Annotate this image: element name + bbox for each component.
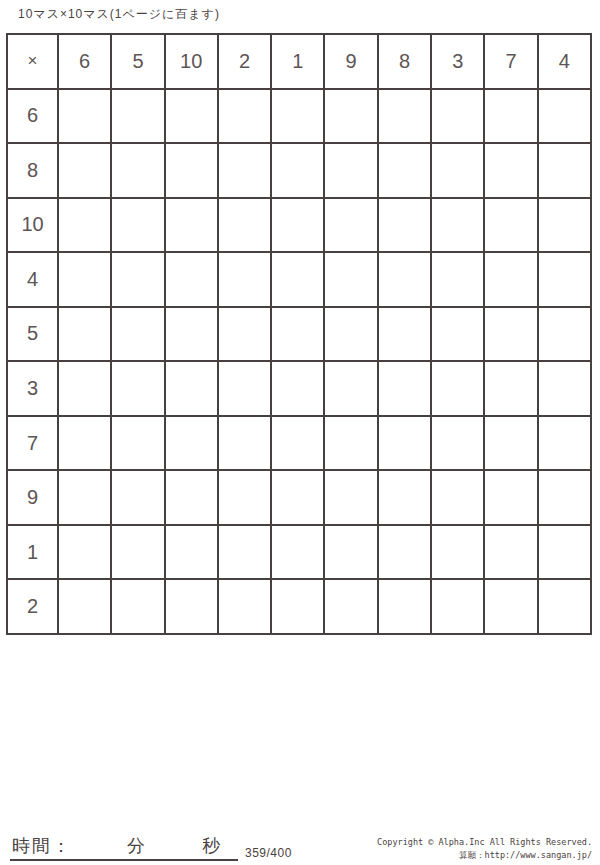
answer-cell: [219, 253, 270, 306]
answer-cell: [325, 580, 376, 633]
answer-cell: [485, 90, 536, 143]
answer-cell: [219, 199, 270, 252]
answer-cell: [325, 308, 376, 361]
row-header-1: 1: [8, 526, 57, 579]
answer-cell: [112, 526, 163, 579]
row-header-8: 8: [8, 144, 57, 197]
answer-cell: [379, 526, 430, 579]
answer-cell: [432, 144, 483, 197]
answer-cell: [379, 417, 430, 470]
col-header-6: 6: [59, 35, 110, 88]
answer-cell: [272, 362, 323, 415]
answer-cell: [379, 144, 430, 197]
row-header-10: 10: [8, 199, 57, 252]
answer-cell: [166, 417, 217, 470]
copyright-line2: 算願：http://www.sangan.jp/: [377, 849, 592, 861]
operator-cell: ×: [8, 35, 57, 88]
answer-cell: [379, 580, 430, 633]
row-header-7: 7: [8, 417, 57, 470]
answer-cell: [539, 362, 590, 415]
col-header-7: 7: [485, 35, 536, 88]
answer-cell: [112, 144, 163, 197]
answer-cell: [112, 199, 163, 252]
answer-cell: [59, 417, 110, 470]
answer-cell: [325, 144, 376, 197]
multiplication-grid: ×6510219837468104537912: [6, 33, 592, 635]
col-header-9: 9: [325, 35, 376, 88]
answer-cell: [432, 471, 483, 524]
answer-cell: [166, 253, 217, 306]
answer-cell: [112, 362, 163, 415]
answer-cell: [219, 526, 270, 579]
answer-cell: [325, 253, 376, 306]
answer-cell: [166, 526, 217, 579]
footer: 時間： 分 秒 359/400 Copyright © Alpha.Inc Al…: [0, 831, 600, 863]
seconds-label: 秒: [202, 834, 222, 858]
answer-cell: [379, 308, 430, 361]
answer-cell: [166, 90, 217, 143]
answer-cell: [485, 580, 536, 633]
row-header-3: 3: [8, 362, 57, 415]
answer-cell: [539, 308, 590, 361]
answer-cell: [112, 471, 163, 524]
copyright-line1: Copyright © Alpha.Inc All Rights Reserve…: [377, 836, 592, 848]
answer-cell: [432, 90, 483, 143]
answer-cell: [432, 308, 483, 361]
answer-cell: [325, 362, 376, 415]
row-header-9: 9: [8, 471, 57, 524]
answer-cell: [272, 580, 323, 633]
answer-cell: [432, 199, 483, 252]
answer-cell: [379, 199, 430, 252]
answer-cell: [219, 362, 270, 415]
answer-cell: [112, 580, 163, 633]
answer-cell: [272, 199, 323, 252]
answer-cell: [59, 471, 110, 524]
answer-cell: [272, 253, 323, 306]
answer-cell: [59, 90, 110, 143]
answer-cell: [485, 362, 536, 415]
answer-cell: [485, 471, 536, 524]
answer-cell: [166, 308, 217, 361]
col-header-10: 10: [166, 35, 217, 88]
answer-cell: [379, 90, 430, 143]
answer-cell: [325, 526, 376, 579]
answer-cell: [112, 90, 163, 143]
answer-cell: [432, 526, 483, 579]
answer-cell: [272, 526, 323, 579]
answer-cell: [432, 253, 483, 306]
answer-cell: [272, 471, 323, 524]
col-header-3: 3: [432, 35, 483, 88]
answer-cell: [59, 526, 110, 579]
answer-cell: [379, 471, 430, 524]
answer-cell: [379, 362, 430, 415]
answer-cell: [166, 144, 217, 197]
answer-cell: [485, 417, 536, 470]
answer-cell: [539, 417, 590, 470]
answer-cell: [59, 308, 110, 361]
col-header-8: 8: [379, 35, 430, 88]
row-header-4: 4: [8, 253, 57, 306]
answer-cell: [219, 90, 270, 143]
answer-cell: [485, 144, 536, 197]
answer-cell: [112, 308, 163, 361]
answer-cell: [59, 199, 110, 252]
answer-cell: [539, 199, 590, 252]
answer-cell: [59, 253, 110, 306]
copyright: Copyright © Alpha.Inc All Rights Reserve…: [377, 836, 592, 861]
minutes-label: 分: [127, 834, 147, 858]
answer-cell: [59, 144, 110, 197]
col-header-2: 2: [219, 35, 270, 88]
answer-cell: [272, 417, 323, 470]
answer-cell: [432, 417, 483, 470]
col-header-4: 4: [539, 35, 590, 88]
answer-cell: [112, 417, 163, 470]
answer-cell: [166, 580, 217, 633]
answer-cell: [325, 199, 376, 252]
answer-cell: [272, 144, 323, 197]
page-title: 10マス×10マス(1ページに百ます): [18, 6, 220, 23]
answer-cell: [485, 199, 536, 252]
answer-cell: [59, 580, 110, 633]
answer-cell: [59, 362, 110, 415]
answer-cell: [325, 471, 376, 524]
col-header-5: 5: [112, 35, 163, 88]
answer-cell: [539, 526, 590, 579]
answer-cell: [485, 526, 536, 579]
answer-cell: [485, 308, 536, 361]
answer-cell: [325, 90, 376, 143]
col-header-1: 1: [272, 35, 323, 88]
answer-cell: [219, 308, 270, 361]
answer-cell: [219, 471, 270, 524]
time-label: 時間：: [12, 834, 72, 858]
page-number: 359/400: [245, 846, 292, 861]
row-header-5: 5: [8, 308, 57, 361]
answer-cell: [432, 362, 483, 415]
answer-cell: [539, 90, 590, 143]
answer-cell: [166, 471, 217, 524]
answer-cell: [485, 253, 536, 306]
answer-cell: [219, 580, 270, 633]
answer-cell: [166, 362, 217, 415]
answer-cell: [166, 199, 217, 252]
answer-cell: [219, 417, 270, 470]
row-header-2: 2: [8, 580, 57, 633]
answer-cell: [539, 253, 590, 306]
answer-cell: [539, 471, 590, 524]
answer-cell: [379, 253, 430, 306]
answer-cell: [112, 253, 163, 306]
answer-cell: [539, 144, 590, 197]
answer-cell: [432, 580, 483, 633]
answer-cell: [539, 580, 590, 633]
answer-cell: [219, 144, 270, 197]
time-entry-line: 時間： 分 秒: [10, 834, 238, 861]
row-header-6: 6: [8, 90, 57, 143]
answer-cell: [325, 417, 376, 470]
answer-cell: [272, 90, 323, 143]
answer-cell: [272, 308, 323, 361]
